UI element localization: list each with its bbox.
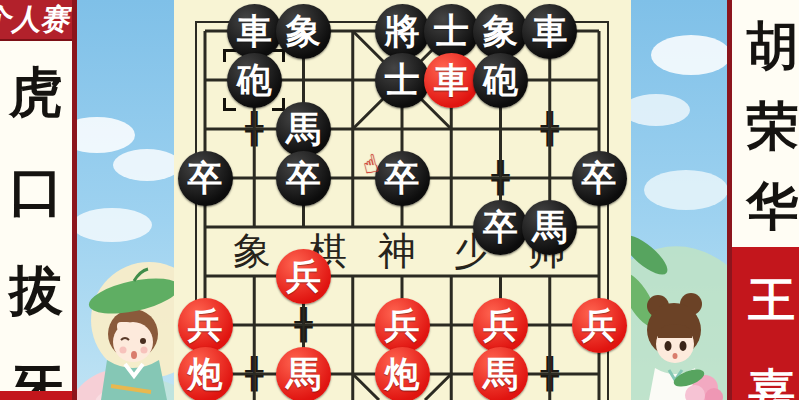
piece-black-象[interactable]: 象 [276, 4, 331, 59]
piece-black-馬[interactable]: 馬 [522, 200, 577, 255]
player-name-bottom: 王 嘉 [732, 247, 799, 400]
piece-black-象[interactable]: 象 [473, 4, 528, 59]
piece-red-兵[interactable]: 兵 [375, 298, 430, 353]
piece-black-卒[interactable]: 卒 [375, 151, 430, 206]
xiangqi-board[interactable]: 象 棋 神 少 帅 ╬╬╬╬╬╬車象將士象車砲士車砲馬卒卒卒卒卒馬兵兵兵兵兵炮馬… [174, 0, 631, 400]
event-banner: 个 人赛 [0, 0, 72, 41]
piece-black-將[interactable]: 將 [375, 4, 430, 59]
piece-black-車[interactable]: 車 [522, 4, 577, 59]
piece-red-馬[interactable]: 馬 [276, 347, 331, 400]
player-char: 王 [748, 269, 795, 332]
star-point-marker: ╬ [541, 114, 559, 144]
xiangqi-app-screen: { "game": "xiangqi (Chinese chess)", "ap… [0, 0, 799, 400]
banner-text: 人赛 [9, 0, 72, 40]
piece-black-卒[interactable]: 卒 [276, 151, 331, 206]
left-girl-cartoon [77, 0, 174, 400]
left-bottom-red-strip [0, 391, 72, 400]
left-title-panel: 个 人赛 虎 口 拔 牙 [0, 0, 77, 400]
hand [117, 322, 131, 331]
players-panel: 胡 荣 华 王 嘉 [727, 0, 799, 400]
piece-red-炮[interactable]: 炮 [375, 347, 430, 400]
piece-black-砲[interactable]: 砲 [227, 53, 282, 108]
piece-black-士[interactable]: 士 [375, 53, 430, 108]
player-char: 华 [747, 172, 799, 242]
piece-black-砲[interactable]: 砲 [473, 53, 528, 108]
piece-black-卒[interactable]: 卒 [572, 151, 627, 206]
star-point-marker: ╬ [294, 310, 312, 340]
piece-red-炮[interactable]: 炮 [178, 347, 233, 400]
piece-black-卒[interactable]: 卒 [473, 200, 528, 255]
piece-black-卒[interactable]: 卒 [178, 151, 233, 206]
player-char: 嘉 [748, 360, 795, 400]
title-char: 拔 [9, 255, 63, 328]
piece-red-兵[interactable]: 兵 [178, 298, 233, 353]
star-point-marker: ╬ [245, 359, 263, 389]
sky-strip-right [631, 0, 727, 400]
star-point-marker: ╬ [541, 359, 559, 389]
piece-red-兵[interactable]: 兵 [276, 249, 331, 304]
sky-strip-left [77, 0, 174, 400]
title-char: 口 [9, 156, 63, 229]
piece-grid: ╬╬╬╬╬╬車象將士象車砲士車砲馬卒卒卒卒卒馬兵兵兵兵兵炮馬炮馬 [180, 7, 623, 399]
player-char: 荣 [747, 92, 799, 162]
star-point-marker: ╬ [491, 163, 509, 193]
game-title-vertical: 虎 口 拔 牙 [0, 41, 72, 391]
piece-black-車[interactable]: 車 [227, 4, 282, 59]
piece-black-士[interactable]: 士 [424, 4, 479, 59]
star-point-marker: ╬ [245, 114, 263, 144]
player-char: 胡 [747, 12, 799, 82]
piece-red-車[interactable]: 車 [424, 53, 479, 108]
piece-black-馬[interactable]: 馬 [276, 102, 331, 157]
piece-red-兵[interactable]: 兵 [473, 298, 528, 353]
piece-red-兵[interactable]: 兵 [572, 298, 627, 353]
title-char: 虎 [9, 57, 63, 130]
player-name-top: 胡 荣 华 [732, 0, 799, 247]
piece-red-馬[interactable]: 馬 [473, 347, 528, 400]
right-girl-cartoon [631, 0, 727, 400]
